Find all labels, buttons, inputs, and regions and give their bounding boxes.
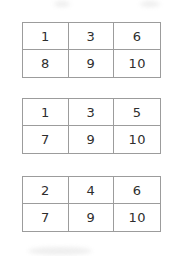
- scan-smudge: [28, 247, 92, 255]
- cell-r1c1: 1: [23, 99, 69, 126]
- cell-r1c3: 6: [114, 177, 160, 204]
- cell-r1c3: 5: [114, 99, 160, 126]
- cell-r1c1: 2: [23, 177, 69, 204]
- cell-r2c3: 10: [114, 126, 160, 153]
- cell-r1c1: 1: [23, 23, 69, 50]
- bingo-card-3: 2 4 6 7 9 10: [22, 176, 161, 232]
- cell-r1c2: 3: [69, 23, 115, 50]
- cell-r2c1: 8: [23, 50, 69, 77]
- cell-r2c2: 9: [69, 126, 115, 153]
- bingo-card-1: 1 3 6 8 9 10: [22, 22, 161, 78]
- cell-r1c2: 3: [69, 99, 115, 126]
- bingo-card-2: 1 3 5 7 9 10: [22, 98, 161, 154]
- cell-r2c2: 9: [69, 50, 115, 77]
- scan-smudge: [140, 1, 160, 7]
- cell-r2c3: 10: [114, 50, 160, 77]
- cell-r2c1: 7: [23, 126, 69, 153]
- cell-r1c3: 6: [114, 23, 160, 50]
- cell-r1c2: 4: [69, 177, 115, 204]
- cell-r2c1: 7: [23, 204, 69, 231]
- scan-smudge: [54, 1, 70, 7]
- cell-r2c2: 9: [69, 204, 115, 231]
- cell-r2c3: 10: [114, 204, 160, 231]
